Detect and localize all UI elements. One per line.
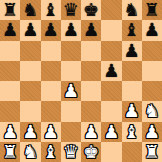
square-b4[interactable]: [20, 81, 40, 101]
piece-white-rook[interactable]: ♜: [2, 142, 18, 162]
square-d8[interactable]: ♛: [61, 0, 81, 20]
square-h6[interactable]: [142, 41, 162, 61]
square-c7[interactable]: ♟: [41, 20, 61, 40]
square-b6[interactable]: [20, 41, 40, 61]
square-a1[interactable]: ♜: [0, 142, 20, 162]
piece-black-pawn[interactable]: ♟: [2, 20, 18, 40]
piece-white-bishop[interactable]: ♝: [124, 122, 140, 142]
piece-black-bishop[interactable]: ♝: [43, 0, 59, 20]
piece-black-queen[interactable]: ♛: [63, 0, 79, 20]
square-b7[interactable]: ♟: [20, 20, 40, 40]
square-g6[interactable]: ♟: [122, 41, 142, 61]
square-a2[interactable]: ♟: [0, 122, 20, 142]
piece-white-pawn[interactable]: ♟: [103, 122, 119, 142]
square-c4[interactable]: [41, 81, 61, 101]
square-f3[interactable]: [101, 101, 121, 121]
piece-black-pawn[interactable]: ♟: [63, 20, 79, 40]
square-e5[interactable]: [81, 61, 101, 81]
piece-black-pawn[interactable]: ♟: [83, 20, 99, 40]
piece-white-pawn[interactable]: ♟: [22, 122, 38, 142]
square-h1[interactable]: ♜: [142, 142, 162, 162]
square-g4[interactable]: [122, 81, 142, 101]
square-b3[interactable]: [20, 101, 40, 121]
square-c5[interactable]: [41, 61, 61, 81]
piece-black-pawn[interactable]: ♟: [103, 61, 119, 81]
square-d5[interactable]: [61, 61, 81, 81]
square-a6[interactable]: [0, 41, 20, 61]
square-g2[interactable]: ♝: [122, 122, 142, 142]
piece-white-queen[interactable]: ♛: [63, 142, 79, 162]
square-b2[interactable]: ♟: [20, 122, 40, 142]
square-f8[interactable]: [101, 0, 121, 20]
square-g3[interactable]: ♟: [122, 101, 142, 121]
piece-black-rook[interactable]: ♜: [144, 0, 160, 20]
piece-white-king[interactable]: ♚: [83, 142, 99, 162]
square-d2[interactable]: [61, 122, 81, 142]
piece-white-knight[interactable]: ♞: [22, 142, 38, 162]
chess-board: ♜♞♝♛♚♞♜♟♟♟♟♟♝♟♟♟♟♟♞♟♟♟♟♟♝♟♜♞♝♛♚♜: [0, 0, 162, 162]
square-f4[interactable]: [101, 81, 121, 101]
square-h2[interactable]: ♟: [142, 122, 162, 142]
piece-black-pawn[interactable]: ♟: [124, 41, 140, 61]
square-e4[interactable]: [81, 81, 101, 101]
square-c1[interactable]: ♝: [41, 142, 61, 162]
square-e6[interactable]: [81, 41, 101, 61]
piece-black-knight[interactable]: ♞: [22, 0, 38, 20]
square-f5[interactable]: ♟: [101, 61, 121, 81]
square-d1[interactable]: ♛: [61, 142, 81, 162]
square-c3[interactable]: [41, 101, 61, 121]
square-a3[interactable]: [0, 101, 20, 121]
square-e7[interactable]: ♟: [81, 20, 101, 40]
square-h7[interactable]: ♟: [142, 20, 162, 40]
square-a7[interactable]: ♟: [0, 20, 20, 40]
square-f2[interactable]: ♟: [101, 122, 121, 142]
square-f1[interactable]: [101, 142, 121, 162]
piece-black-knight[interactable]: ♞: [124, 0, 140, 20]
piece-white-pawn[interactable]: ♟: [144, 122, 160, 142]
square-f7[interactable]: [101, 20, 121, 40]
square-d7[interactable]: ♟: [61, 20, 81, 40]
piece-black-rook[interactable]: ♜: [2, 0, 18, 20]
square-h8[interactable]: ♜: [142, 0, 162, 20]
piece-white-rook[interactable]: ♜: [144, 142, 160, 162]
piece-white-pawn[interactable]: ♟: [83, 122, 99, 142]
square-b1[interactable]: ♞: [20, 142, 40, 162]
piece-white-pawn[interactable]: ♟: [124, 101, 140, 121]
piece-black-king[interactable]: ♚: [83, 0, 99, 20]
piece-black-bishop[interactable]: ♝: [124, 20, 140, 40]
square-e3[interactable]: [81, 101, 101, 121]
square-g5[interactable]: [122, 61, 142, 81]
piece-white-pawn[interactable]: ♟: [63, 81, 79, 101]
square-h4[interactable]: [142, 81, 162, 101]
piece-white-bishop[interactable]: ♝: [43, 142, 59, 162]
piece-black-pawn[interactable]: ♟: [22, 20, 38, 40]
square-a8[interactable]: ♜: [0, 0, 20, 20]
square-a4[interactable]: [0, 81, 20, 101]
square-e8[interactable]: ♚: [81, 0, 101, 20]
piece-white-pawn[interactable]: ♟: [43, 122, 59, 142]
piece-white-knight[interactable]: ♞: [144, 101, 160, 121]
piece-black-pawn[interactable]: ♟: [43, 20, 59, 40]
piece-white-pawn[interactable]: ♟: [2, 122, 18, 142]
square-b8[interactable]: ♞: [20, 0, 40, 20]
square-a5[interactable]: [0, 61, 20, 81]
square-g7[interactable]: ♝: [122, 20, 142, 40]
square-c2[interactable]: ♟: [41, 122, 61, 142]
square-e2[interactable]: ♟: [81, 122, 101, 142]
square-c8[interactable]: ♝: [41, 0, 61, 20]
square-g8[interactable]: ♞: [122, 0, 142, 20]
square-d4[interactable]: ♟: [61, 81, 81, 101]
square-d3[interactable]: [61, 101, 81, 121]
square-h5[interactable]: [142, 61, 162, 81]
square-c6[interactable]: [41, 41, 61, 61]
piece-black-pawn[interactable]: ♟: [144, 20, 160, 40]
square-d6[interactable]: [61, 41, 81, 61]
square-h3[interactable]: ♞: [142, 101, 162, 121]
square-b5[interactable]: [20, 61, 40, 81]
square-e1[interactable]: ♚: [81, 142, 101, 162]
square-f6[interactable]: [101, 41, 121, 61]
square-g1[interactable]: [122, 142, 142, 162]
